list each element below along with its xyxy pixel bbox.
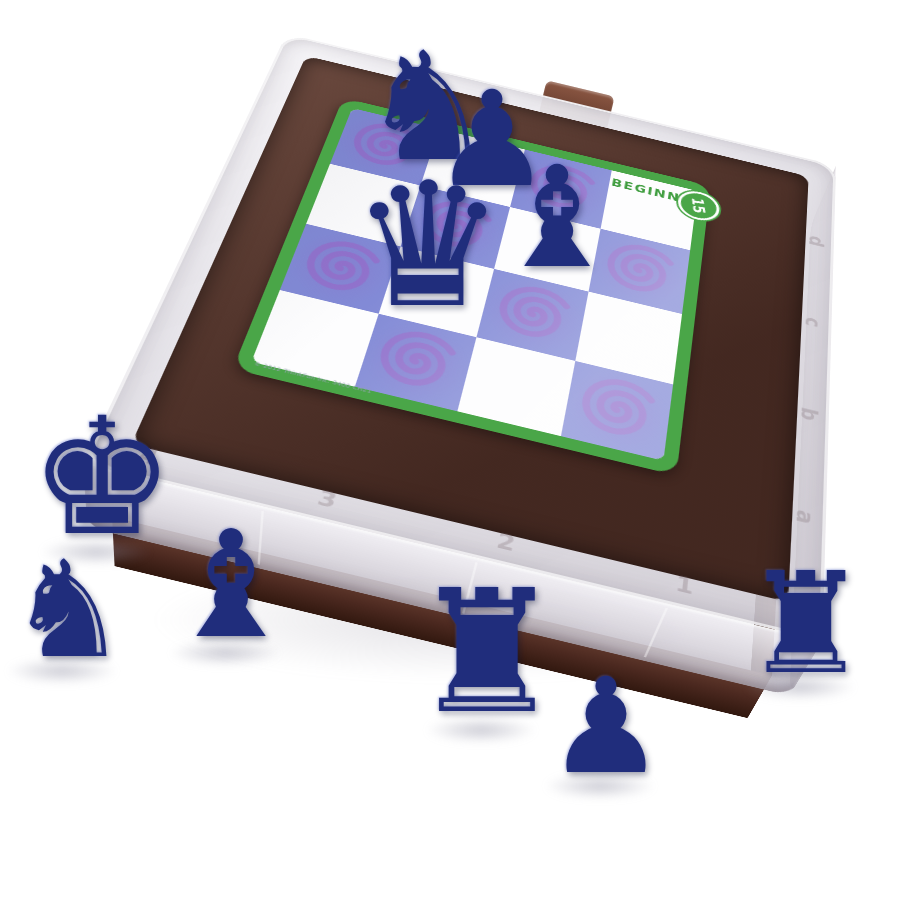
embossed-number: 1 <box>674 570 695 599</box>
solitaire-chess-photo: 4 3 2 1 d c b a <box>0 0 900 900</box>
challenge-number: 15 <box>688 197 709 215</box>
loose-piece-bishop[interactable]: ♝ <box>165 511 298 659</box>
loose-piece-pawn[interactable]: ♟ <box>547 660 665 792</box>
loose-piece-rook-2[interactable]: ♜ <box>743 554 869 694</box>
embossed-letter: d <box>805 234 829 250</box>
swirl-icon <box>567 366 666 454</box>
board-piece-queen-b2[interactable]: ♛ <box>351 160 505 332</box>
loose-piece-knight[interactable]: ♞ <box>8 543 128 677</box>
embossed-letter: a <box>792 507 820 528</box>
embossed-number: 2 <box>494 528 517 556</box>
board-piece-bishop-c3[interactable]: ♝ <box>494 148 620 288</box>
loose-piece-rook-1[interactable]: ♜ <box>411 567 563 737</box>
embossed-letter: b <box>797 405 824 424</box>
embossed-number: 3 <box>315 485 341 513</box>
embossed-letter: c <box>801 315 826 332</box>
